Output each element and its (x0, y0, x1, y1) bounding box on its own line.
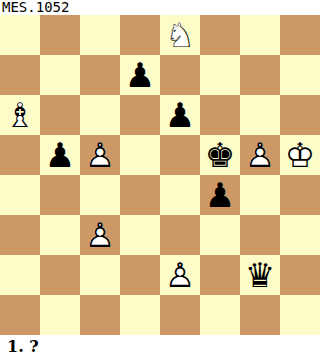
square-b3[interactable] (40, 215, 80, 255)
square-f3[interactable] (200, 215, 240, 255)
square-b4[interactable] (40, 175, 80, 215)
square-d8[interactable] (120, 15, 160, 55)
square-f8[interactable] (200, 15, 240, 55)
black-pawn-piece: ♟ (120, 55, 160, 95)
square-d6[interactable] (120, 95, 160, 135)
black-queen-piece: ♛ (240, 255, 280, 295)
square-e5[interactable] (160, 135, 200, 175)
square-g6[interactable] (240, 95, 280, 135)
black-king-piece: ♚ (200, 135, 240, 175)
square-e4[interactable] (160, 175, 200, 215)
black-pawn-piece: ♟ (160, 95, 200, 135)
square-h8[interactable] (280, 15, 320, 55)
square-c6[interactable] (80, 95, 120, 135)
square-c4[interactable] (80, 175, 120, 215)
square-h2[interactable] (280, 255, 320, 295)
square-a3[interactable] (0, 215, 40, 255)
square-h7[interactable] (280, 55, 320, 95)
puzzle-id: MES.1052 (0, 0, 320, 15)
square-g2[interactable]: ♛ (240, 255, 280, 295)
chess-puzzle-window: MES.1052 ♞♘♟♝♗♟♟♟♙♚♟♙♚♔♟♟♙♟♙♛ 1. ? (0, 0, 320, 360)
square-e1[interactable] (160, 295, 200, 335)
square-f5[interactable]: ♚ (200, 135, 240, 175)
square-f6[interactable] (200, 95, 240, 135)
white-pawn-piece: ♟♙ (80, 215, 120, 255)
square-a1[interactable] (0, 295, 40, 335)
square-d1[interactable] (120, 295, 160, 335)
square-h4[interactable] (280, 175, 320, 215)
black-pawn-piece: ♟ (40, 135, 80, 175)
square-a5[interactable] (0, 135, 40, 175)
square-h1[interactable] (280, 295, 320, 335)
square-b7[interactable] (40, 55, 80, 95)
square-g8[interactable] (240, 15, 280, 55)
white-pawn-piece: ♟♙ (160, 255, 200, 295)
square-e3[interactable] (160, 215, 200, 255)
square-c2[interactable] (80, 255, 120, 295)
square-c1[interactable] (80, 295, 120, 335)
chess-board: ♞♘♟♝♗♟♟♟♙♚♟♙♚♔♟♟♙♟♙♛ (0, 15, 320, 335)
square-f7[interactable] (200, 55, 240, 95)
square-a7[interactable] (0, 55, 40, 95)
square-b8[interactable] (40, 15, 80, 55)
white-pawn-piece: ♟♙ (240, 135, 280, 175)
square-g4[interactable] (240, 175, 280, 215)
square-g5[interactable]: ♟♙ (240, 135, 280, 175)
square-c3[interactable]: ♟♙ (80, 215, 120, 255)
square-d5[interactable] (120, 135, 160, 175)
square-c8[interactable] (80, 15, 120, 55)
square-c5[interactable]: ♟♙ (80, 135, 120, 175)
square-b5[interactable]: ♟ (40, 135, 80, 175)
square-g1[interactable] (240, 295, 280, 335)
move-prompt: 1. ? (0, 335, 320, 360)
square-d7[interactable]: ♟ (120, 55, 160, 95)
square-f4[interactable]: ♟ (200, 175, 240, 215)
square-a6[interactable]: ♝♗ (0, 95, 40, 135)
square-b2[interactable] (40, 255, 80, 295)
square-e8[interactable]: ♞♘ (160, 15, 200, 55)
square-d2[interactable] (120, 255, 160, 295)
square-e2[interactable]: ♟♙ (160, 255, 200, 295)
square-f1[interactable] (200, 295, 240, 335)
white-king-piece: ♚♔ (280, 135, 320, 175)
square-f2[interactable] (200, 255, 240, 295)
square-h5[interactable]: ♚♔ (280, 135, 320, 175)
square-a2[interactable] (0, 255, 40, 295)
square-e7[interactable] (160, 55, 200, 95)
square-a4[interactable] (0, 175, 40, 215)
square-g3[interactable] (240, 215, 280, 255)
square-h6[interactable] (280, 95, 320, 135)
square-g7[interactable] (240, 55, 280, 95)
white-knight-piece: ♞♘ (160, 15, 200, 55)
square-d4[interactable] (120, 175, 160, 215)
square-e6[interactable]: ♟ (160, 95, 200, 135)
square-c7[interactable] (80, 55, 120, 95)
square-b1[interactable] (40, 295, 80, 335)
square-a8[interactable] (0, 15, 40, 55)
white-bishop-piece: ♝♗ (0, 95, 40, 135)
square-b6[interactable] (40, 95, 80, 135)
white-pawn-piece: ♟♙ (80, 135, 120, 175)
black-pawn-piece: ♟ (200, 175, 240, 215)
square-h3[interactable] (280, 215, 320, 255)
square-d3[interactable] (120, 215, 160, 255)
